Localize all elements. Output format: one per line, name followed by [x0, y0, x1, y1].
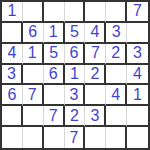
- given-cell-r4c1: 3: [2, 65, 23, 86]
- given-cell-r1c7: 7: [127, 2, 148, 23]
- empty-cell-r6c7[interactable]: [127, 106, 148, 127]
- given-cell-r6c4: 2: [65, 106, 86, 127]
- empty-cell-r6c2[interactable]: [23, 106, 44, 127]
- sudoku-board: 1761543415672336124673417237: [0, 0, 150, 150]
- empty-cell-r1c5[interactable]: [85, 2, 106, 23]
- given-cell-r2c2: 6: [23, 23, 44, 44]
- given-cell-r5c2: 7: [23, 85, 44, 106]
- given-cell-r5c1: 6: [2, 85, 23, 106]
- given-cell-r3c7: 3: [127, 44, 148, 65]
- empty-cell-r7c2[interactable]: [23, 127, 44, 148]
- empty-cell-r7c7[interactable]: [127, 127, 148, 148]
- given-cell-r6c3: 7: [44, 106, 65, 127]
- given-cell-r1c1: 1: [2, 2, 23, 23]
- given-cell-r4c7: 4: [127, 65, 148, 86]
- given-cell-r5c6: 4: [106, 85, 127, 106]
- given-cell-r3c1: 4: [2, 44, 23, 65]
- empty-cell-r1c4[interactable]: [65, 2, 86, 23]
- empty-cell-r5c3[interactable]: [44, 85, 65, 106]
- given-cell-r6c5: 3: [85, 106, 106, 127]
- empty-cell-r4c2[interactable]: [23, 65, 44, 86]
- empty-cell-r6c1[interactable]: [2, 106, 23, 127]
- given-cell-r2c3: 1: [44, 23, 65, 44]
- empty-cell-r1c2[interactable]: [23, 2, 44, 23]
- empty-cell-r1c6[interactable]: [106, 2, 127, 23]
- empty-cell-r5c5[interactable]: [85, 85, 106, 106]
- given-cell-r7c4: 7: [65, 127, 86, 148]
- given-cell-r3c5: 7: [85, 44, 106, 65]
- empty-cell-r1c3[interactable]: [44, 2, 65, 23]
- given-cell-r2c5: 4: [85, 23, 106, 44]
- given-cell-r2c6: 3: [106, 23, 127, 44]
- given-cell-r3c3: 5: [44, 44, 65, 65]
- given-cell-r4c3: 6: [44, 65, 65, 86]
- empty-cell-r7c1[interactable]: [2, 127, 23, 148]
- given-cell-r4c5: 2: [85, 65, 106, 86]
- given-cell-r5c4: 3: [65, 85, 86, 106]
- empty-cell-r2c1[interactable]: [2, 23, 23, 44]
- given-cell-r2c4: 5: [65, 23, 86, 44]
- empty-cell-r4c6[interactable]: [106, 65, 127, 86]
- empty-cell-r7c5[interactable]: [85, 127, 106, 148]
- given-cell-r4c4: 1: [65, 65, 86, 86]
- empty-cell-r7c3[interactable]: [44, 127, 65, 148]
- empty-cell-r7c6[interactable]: [106, 127, 127, 148]
- given-cell-r3c6: 2: [106, 44, 127, 65]
- empty-cell-r6c6[interactable]: [106, 106, 127, 127]
- given-cell-r5c7: 1: [127, 85, 148, 106]
- given-cell-r3c2: 1: [23, 44, 44, 65]
- given-cell-r3c4: 6: [65, 44, 86, 65]
- empty-cell-r2c7[interactable]: [127, 23, 148, 44]
